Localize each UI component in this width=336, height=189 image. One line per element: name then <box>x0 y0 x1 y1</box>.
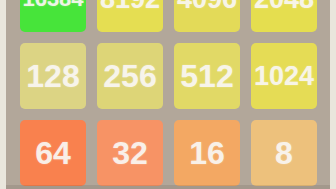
tile-64: 64 <box>20 120 86 186</box>
tile-32: 32 <box>97 120 163 186</box>
tile-512: 512 <box>174 43 240 109</box>
tile-128: 128 <box>20 43 86 109</box>
page-background-right <box>330 0 336 189</box>
tile-8192: 8192 <box>97 0 163 32</box>
tile-16384: 16384 <box>20 0 86 32</box>
game-board-2048[interactable]: 1638481924096204812825651210246432168 <box>6 0 330 189</box>
page-background-left <box>0 0 6 189</box>
tile-1024: 1024 <box>251 43 317 109</box>
tile-4096: 4096 <box>174 0 240 32</box>
board-bottom-shadow <box>6 185 330 189</box>
tile-2048: 2048 <box>251 0 317 32</box>
tile-256: 256 <box>97 43 163 109</box>
tile-16: 16 <box>174 120 240 186</box>
tile-8: 8 <box>251 120 317 186</box>
